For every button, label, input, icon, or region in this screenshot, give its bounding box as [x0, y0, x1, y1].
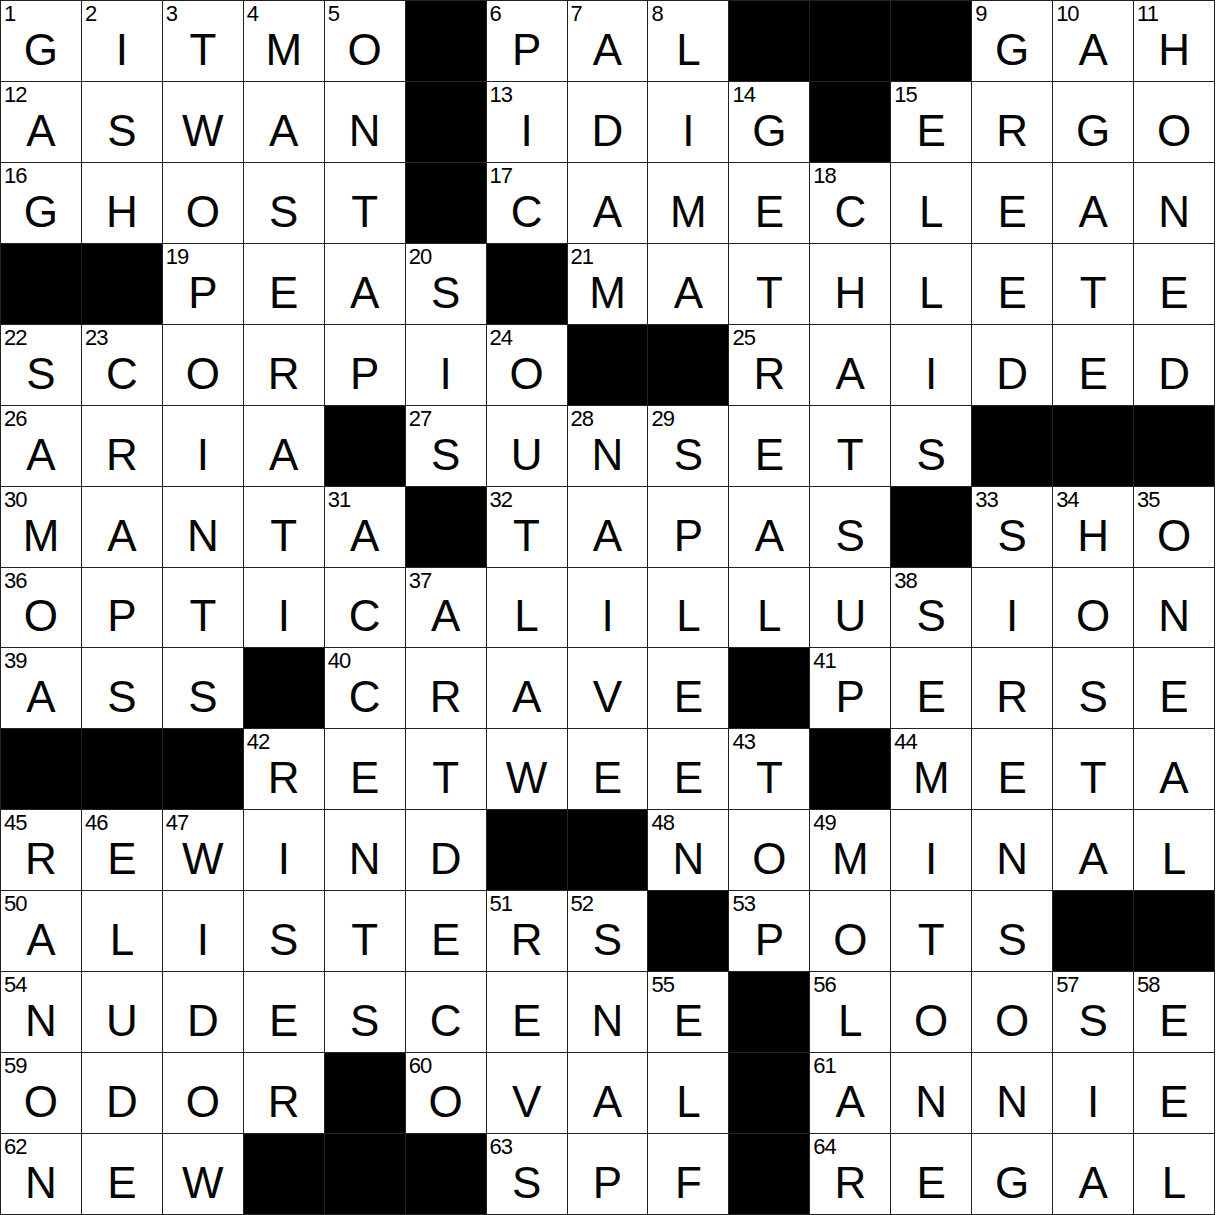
cell-r3c2[interactable]: H: [82, 163, 162, 243]
cell-letter: A: [269, 433, 298, 477]
cell-r14c1[interactable]: 59O: [1, 1053, 81, 1133]
cell-r10c13[interactable]: E: [972, 729, 1052, 809]
cell-r5c2[interactable]: 23C: [82, 325, 162, 405]
cell-r3c15[interactable]: N: [1134, 163, 1214, 243]
cell-r8c15[interactable]: N: [1134, 568, 1214, 648]
cell-r12c6[interactable]: E: [406, 891, 486, 971]
cell-r7c1[interactable]: 30M: [1, 487, 81, 567]
cell-letter: S: [1078, 675, 1107, 719]
cell-r15c13[interactable]: G: [972, 1134, 1052, 1214]
cell-r11c6[interactable]: D: [406, 810, 486, 890]
cell-r11c12[interactable]: I: [891, 810, 971, 890]
cell-r6c10[interactable]: E: [729, 406, 809, 486]
cell-r7c7[interactable]: 32T: [487, 487, 567, 567]
cell-letter: E: [269, 999, 298, 1043]
letter-wrap: E: [729, 406, 809, 486]
letter-wrap: N: [568, 406, 648, 486]
cell-letter: P: [836, 675, 865, 719]
cell-r1c3[interactable]: 3T: [163, 1, 243, 81]
cell-letter: E: [917, 109, 946, 153]
cell-r3c1[interactable]: 16G: [1, 163, 81, 243]
letter-wrap: S: [568, 891, 648, 971]
cell-r15c8[interactable]: P: [568, 1134, 648, 1214]
cell-r8c7[interactable]: L: [487, 568, 567, 648]
cell-r14c4[interactable]: R: [244, 1053, 324, 1133]
cell-r12c5[interactable]: T: [325, 891, 405, 971]
cell-r15c1[interactable]: 62N: [1, 1134, 81, 1214]
cell-r1c15[interactable]: 11H: [1134, 1, 1214, 81]
cell-r2c15[interactable]: O: [1134, 82, 1214, 162]
letter-wrap: M: [1, 487, 81, 567]
cell-r3c12[interactable]: L: [891, 163, 971, 243]
cell-r15c11[interactable]: 64R: [810, 1134, 890, 1214]
cell-r13c2[interactable]: U: [82, 972, 162, 1052]
cell-letter: L: [1162, 1161, 1186, 1205]
cell-r10c7[interactable]: W: [487, 729, 567, 809]
cell-r12c11[interactable]: O: [810, 891, 890, 971]
cell-r2c13[interactable]: R: [972, 82, 1052, 162]
cell-letter: T: [756, 756, 783, 800]
letter-wrap: P: [810, 648, 890, 728]
letter-wrap: O: [487, 325, 567, 405]
cell-r4c9[interactable]: A: [648, 244, 728, 324]
cell-r4c11[interactable]: H: [810, 244, 890, 324]
cell-r9c7[interactable]: A: [487, 648, 567, 728]
cell-r6c7[interactable]: U: [487, 406, 567, 486]
cell-letter: R: [834, 1161, 866, 1205]
cell-r5c6[interactable]: I: [406, 325, 486, 405]
letter-wrap: L: [648, 1053, 728, 1133]
cell-r11c10[interactable]: O: [729, 810, 809, 890]
cell-r5c15[interactable]: D: [1134, 325, 1214, 405]
cell-r8c11[interactable]: U: [810, 568, 890, 648]
cell-r14c9[interactable]: L: [648, 1053, 728, 1133]
letter-wrap: C: [82, 325, 162, 405]
cell-r13c8[interactable]: N: [568, 972, 648, 1052]
cell-letter: L: [838, 999, 862, 1043]
letter-wrap: U: [82, 972, 162, 1052]
cell-r6c2[interactable]: R: [82, 406, 162, 486]
cell-r14c14[interactable]: I: [1053, 1053, 1133, 1133]
cell-letter: I: [278, 594, 290, 638]
letter-wrap: D: [568, 82, 648, 162]
cell-r9c5[interactable]: 40C: [325, 648, 405, 728]
cell-r4c14[interactable]: T: [1053, 244, 1133, 324]
cell-letter: A: [836, 1080, 865, 1124]
letter-wrap: U: [810, 568, 890, 648]
cell-r6c9[interactable]: 29S: [648, 406, 728, 486]
cell-r10c9[interactable]: E: [648, 729, 728, 809]
cell-letter: T: [918, 918, 945, 962]
cell-r9c15[interactable]: E: [1134, 648, 1214, 728]
cell-r2c1[interactable]: 12A: [1, 82, 81, 162]
letter-wrap: S: [406, 244, 486, 324]
cell-r5c10[interactable]: 25R: [729, 325, 809, 405]
block-r11c8: [568, 810, 648, 890]
cell-r15c14[interactable]: A: [1053, 1134, 1133, 1214]
cell-letter: E: [1159, 271, 1188, 315]
cell-r11c5[interactable]: N: [325, 810, 405, 890]
cell-r14c6[interactable]: 60O: [406, 1053, 486, 1133]
cell-r5c11[interactable]: A: [810, 325, 890, 405]
cell-r4c4[interactable]: E: [244, 244, 324, 324]
cell-r10c6[interactable]: T: [406, 729, 486, 809]
cell-r9c14[interactable]: S: [1053, 648, 1133, 728]
cell-r13c1[interactable]: 54N: [1, 972, 81, 1052]
cell-r1c1[interactable]: 1G: [1, 1, 81, 81]
cell-letter: W: [182, 1161, 224, 1205]
cell-r2c9[interactable]: I: [648, 82, 728, 162]
cell-letter: U: [106, 999, 138, 1043]
block-r15c4: [244, 1134, 324, 1214]
letter-wrap: E: [1053, 325, 1133, 405]
cell-r8c10[interactable]: L: [729, 568, 809, 648]
letter-wrap: M: [244, 1, 324, 81]
cell-r10c14[interactable]: T: [1053, 729, 1133, 809]
letter-wrap: S: [891, 406, 971, 486]
cell-r4c15[interactable]: E: [1134, 244, 1214, 324]
cell-r12c13[interactable]: S: [972, 891, 1052, 971]
cell-r10c15[interactable]: A: [1134, 729, 1214, 809]
cell-r9c1[interactable]: 39A: [1, 648, 81, 728]
cell-r14c3[interactable]: O: [163, 1053, 243, 1133]
block-r5c9: [648, 325, 728, 405]
cell-r7c15[interactable]: 35O: [1134, 487, 1214, 567]
cell-r8c12[interactable]: 38S: [891, 568, 971, 648]
cell-r10c8[interactable]: E: [568, 729, 648, 809]
cell-r2c8[interactable]: D: [568, 82, 648, 162]
cell-letter: R: [268, 1080, 300, 1124]
cell-r7c5[interactable]: 31A: [325, 487, 405, 567]
cell-r3c5[interactable]: T: [325, 163, 405, 243]
letter-wrap: E: [1134, 1053, 1214, 1133]
cell-r8c4[interactable]: I: [244, 568, 324, 648]
letter-wrap: R: [406, 648, 486, 728]
cell-r15c12[interactable]: E: [891, 1134, 971, 1214]
cell-r4c13[interactable]: E: [972, 244, 1052, 324]
cell-r2c10[interactable]: 14G: [729, 82, 809, 162]
cell-r12c12[interactable]: T: [891, 891, 971, 971]
letter-wrap: I: [244, 810, 324, 890]
cell-r8c2[interactable]: P: [82, 568, 162, 648]
cell-r1c4[interactable]: 4M: [244, 1, 324, 81]
cell-letter: S: [269, 190, 298, 234]
cell-r11c14[interactable]: A: [1053, 810, 1133, 890]
cell-letter: W: [182, 837, 224, 881]
cell-letter: W: [182, 109, 224, 153]
letter-wrap: E: [244, 972, 324, 1052]
cell-letter: T: [1080, 271, 1107, 315]
cell-r14c8[interactable]: A: [568, 1053, 648, 1133]
cell-r12c3[interactable]: I: [163, 891, 243, 971]
cell-r5c7[interactable]: 24O: [487, 325, 567, 405]
cell-r6c12[interactable]: S: [891, 406, 971, 486]
cell-r13c7[interactable]: E: [487, 972, 567, 1052]
block-r1c10: [729, 1, 809, 81]
cell-r8c13[interactable]: I: [972, 568, 1052, 648]
letter-wrap: O: [972, 972, 1052, 1052]
cell-r7c10[interactable]: A: [729, 487, 809, 567]
letter-wrap: S: [325, 972, 405, 1052]
cell-r5c5[interactable]: P: [325, 325, 405, 405]
cell-r8c9[interactable]: L: [648, 568, 728, 648]
letter-wrap: L: [1134, 1134, 1214, 1214]
letter-wrap: S: [244, 163, 324, 243]
cell-r1c13[interactable]: 9G: [972, 1, 1052, 81]
cell-r3c10[interactable]: E: [729, 163, 809, 243]
cell-r12c8[interactable]: 52S: [568, 891, 648, 971]
cell-r5c13[interactable]: D: [972, 325, 1052, 405]
letter-wrap: H: [810, 244, 890, 324]
letter-wrap: O: [163, 1053, 243, 1133]
block-r4c1: [1, 244, 81, 324]
letter-wrap: T: [244, 487, 324, 567]
cell-r14c13[interactable]: N: [972, 1053, 1052, 1133]
cell-r8c1[interactable]: 36O: [1, 568, 81, 648]
crossword-grid: 1G2I3T4M5O6P7A8L9G10A11H12ASWAN13IDI14G1…: [0, 0, 1215, 1215]
letter-wrap: O: [1, 568, 81, 648]
letter-wrap: L: [648, 1, 728, 81]
cell-r3c14[interactable]: A: [1053, 163, 1133, 243]
cell-r9c12[interactable]: E: [891, 648, 971, 728]
cell-letter: P: [593, 1161, 622, 1205]
cell-letter: N: [349, 109, 381, 153]
letter-wrap: N: [325, 82, 405, 162]
cell-r13c6[interactable]: C: [406, 972, 486, 1052]
cell-r2c12[interactable]: 15E: [891, 82, 971, 162]
cell-r6c3[interactable]: I: [163, 406, 243, 486]
letter-wrap: V: [487, 1053, 567, 1133]
cell-r2c3[interactable]: W: [163, 82, 243, 162]
cell-r15c3[interactable]: W: [163, 1134, 243, 1214]
cell-r11c13[interactable]: N: [972, 810, 1052, 890]
letter-wrap: A: [1053, 1, 1133, 81]
cell-letter: E: [997, 756, 1026, 800]
letter-wrap: A: [487, 648, 567, 728]
cell-r10c4[interactable]: 42R: [244, 729, 324, 809]
cell-r15c7[interactable]: 63S: [487, 1134, 567, 1214]
letter-wrap: S: [1, 325, 81, 405]
cell-r8c3[interactable]: T: [163, 568, 243, 648]
letter-wrap: A: [648, 244, 728, 324]
cell-r13c14[interactable]: 57S: [1053, 972, 1133, 1052]
letter-wrap: G: [1, 1, 81, 81]
cell-r3c13[interactable]: E: [972, 163, 1052, 243]
cell-r9c8[interactable]: V: [568, 648, 648, 728]
cell-letter: S: [107, 109, 136, 153]
cell-r9c13[interactable]: R: [972, 648, 1052, 728]
cell-r4c5[interactable]: A: [325, 244, 405, 324]
cell-r5c3[interactable]: O: [163, 325, 243, 405]
letter-wrap: O: [1134, 82, 1214, 162]
cell-r11c15[interactable]: L: [1134, 810, 1214, 890]
cell-r4c12[interactable]: L: [891, 244, 971, 324]
block-r12c15: [1134, 891, 1214, 971]
cell-r5c12[interactable]: I: [891, 325, 971, 405]
letter-wrap: T: [487, 487, 567, 567]
cell-r4c8[interactable]: 21M: [568, 244, 648, 324]
cell-r2c7[interactable]: 13I: [487, 82, 567, 162]
cell-r12c2[interactable]: L: [82, 891, 162, 971]
cell-r13c3[interactable]: D: [163, 972, 243, 1052]
cell-r5c1[interactable]: 22S: [1, 325, 81, 405]
cell-letter: F: [675, 1161, 702, 1205]
cell-r3c9[interactable]: M: [648, 163, 728, 243]
cell-r14c7[interactable]: V: [487, 1053, 567, 1133]
cell-r15c15[interactable]: L: [1134, 1134, 1214, 1214]
cell-r10c10[interactable]: 43T: [729, 729, 809, 809]
cell-r7c11[interactable]: S: [810, 487, 890, 567]
letter-wrap: C: [325, 568, 405, 648]
cell-r13c15[interactable]: 58E: [1134, 972, 1214, 1052]
cell-r5c4[interactable]: R: [244, 325, 324, 405]
letter-wrap: E: [729, 163, 809, 243]
block-r11c7: [487, 810, 567, 890]
cell-letter: A: [26, 918, 55, 962]
cell-r6c11[interactable]: T: [810, 406, 890, 486]
cell-r1c2[interactable]: 2I: [82, 1, 162, 81]
cell-r14c11[interactable]: 61A: [810, 1053, 890, 1133]
letter-wrap: T: [1053, 244, 1133, 324]
letter-wrap: E: [325, 729, 405, 809]
letter-wrap: D: [972, 325, 1052, 405]
cell-r10c12[interactable]: 44M: [891, 729, 971, 809]
letter-wrap: C: [406, 972, 486, 1052]
cell-r7c3[interactable]: N: [163, 487, 243, 567]
cell-r9c3[interactable]: S: [163, 648, 243, 728]
cell-r11c4[interactable]: I: [244, 810, 324, 890]
cell-letter: I: [116, 28, 128, 72]
letter-wrap: S: [972, 891, 1052, 971]
letter-wrap: I: [972, 568, 1052, 648]
cell-r7c14[interactable]: 34H: [1053, 487, 1133, 567]
cell-r13c4[interactable]: E: [244, 972, 324, 1052]
cell-r14c15[interactable]: E: [1134, 1053, 1214, 1133]
letter-wrap: R: [82, 406, 162, 486]
cell-r2c5[interactable]: N: [325, 82, 405, 162]
cell-r11c11[interactable]: 49M: [810, 810, 890, 890]
cell-r13c11[interactable]: 56L: [810, 972, 890, 1052]
cell-letter: V: [593, 675, 622, 719]
cell-letter: C: [430, 999, 462, 1043]
cell-r8c14[interactable]: O: [1053, 568, 1133, 648]
cell-r10c5[interactable]: E: [325, 729, 405, 809]
cell-r7c8[interactable]: A: [568, 487, 648, 567]
letter-wrap: N: [1134, 568, 1214, 648]
cell-r11c2[interactable]: 46E: [82, 810, 162, 890]
cell-letter: A: [1078, 837, 1107, 881]
cell-r13c9[interactable]: 55E: [648, 972, 728, 1052]
cell-r15c9[interactable]: F: [648, 1134, 728, 1214]
cell-r3c8[interactable]: A: [568, 163, 648, 243]
cell-r4c6[interactable]: 20S: [406, 244, 486, 324]
letter-wrap: G: [1053, 82, 1133, 162]
cell-letter: T: [270, 514, 297, 558]
cell-r13c12[interactable]: O: [891, 972, 971, 1052]
cell-r7c2[interactable]: A: [82, 487, 162, 567]
cell-r14c2[interactable]: D: [82, 1053, 162, 1133]
cell-r8c6[interactable]: 37A: [406, 568, 486, 648]
letter-wrap: O: [1, 1053, 81, 1133]
cell-r9c2[interactable]: S: [82, 648, 162, 728]
cell-r12c7[interactable]: 51R: [487, 891, 567, 971]
cell-r3c11[interactable]: 18C: [810, 163, 890, 243]
cell-r9c11[interactable]: 41P: [810, 648, 890, 728]
cell-r8c8[interactable]: I: [568, 568, 648, 648]
cell-r2c2[interactable]: S: [82, 82, 162, 162]
letter-wrap: C: [325, 648, 405, 728]
cell-letter: S: [350, 999, 379, 1043]
block-r6c5: [325, 406, 405, 486]
cell-r11c3[interactable]: 47W: [163, 810, 243, 890]
cell-r7c9[interactable]: P: [648, 487, 728, 567]
cell-letter: S: [917, 594, 946, 638]
letter-wrap: N: [1, 1134, 81, 1214]
cell-r2c14[interactable]: G: [1053, 82, 1133, 162]
cell-r12c1[interactable]: 50A: [1, 891, 81, 971]
letter-wrap: E: [82, 810, 162, 890]
cell-letter: N: [592, 433, 624, 477]
cell-r1c8[interactable]: 7A: [568, 1, 648, 81]
cell-r7c13[interactable]: 33S: [972, 487, 1052, 567]
cell-r1c5[interactable]: 5O: [325, 1, 405, 81]
letter-wrap: S: [406, 406, 486, 486]
cell-letter: M: [265, 28, 302, 72]
letter-wrap: P: [487, 1, 567, 81]
block-r2c6: [406, 82, 486, 162]
cell-letter: N: [673, 837, 705, 881]
cell-r4c10[interactable]: T: [729, 244, 809, 324]
letter-wrap: I: [487, 82, 567, 162]
cell-r3c7[interactable]: 17C: [487, 163, 567, 243]
cell-r6c6[interactable]: 27S: [406, 406, 486, 486]
cell-r5c14[interactable]: E: [1053, 325, 1133, 405]
cell-r7c4[interactable]: T: [244, 487, 324, 567]
cell-r8c5[interactable]: C: [325, 568, 405, 648]
cell-r14c12[interactable]: N: [891, 1053, 971, 1133]
cell-letter: O: [914, 999, 948, 1043]
cell-r6c8[interactable]: 28N: [568, 406, 648, 486]
cell-r6c4[interactable]: A: [244, 406, 324, 486]
letter-wrap: E: [972, 163, 1052, 243]
letter-wrap: R: [487, 891, 567, 971]
letter-wrap: S: [648, 406, 728, 486]
cell-letter: L: [110, 918, 134, 962]
cell-letter: E: [269, 271, 298, 315]
cell-r4c3[interactable]: 19P: [163, 244, 243, 324]
cell-letter: P: [512, 28, 541, 72]
cell-r13c13[interactable]: O: [972, 972, 1052, 1052]
cell-r12c4[interactable]: S: [244, 891, 324, 971]
cell-r11c1[interactable]: 45R: [1, 810, 81, 890]
letter-wrap: O: [891, 972, 971, 1052]
cell-r1c7[interactable]: 6P: [487, 1, 567, 81]
cell-r3c4[interactable]: S: [244, 163, 324, 243]
cell-r9c6[interactable]: R: [406, 648, 486, 728]
cell-r15c2[interactable]: E: [82, 1134, 162, 1214]
cell-r1c9[interactable]: 8L: [648, 1, 728, 81]
cell-r11c9[interactable]: 48N: [648, 810, 728, 890]
letter-wrap: D: [1134, 325, 1214, 405]
cell-r6c1[interactable]: 26A: [1, 406, 81, 486]
cell-r9c9[interactable]: E: [648, 648, 728, 728]
cell-r12c10[interactable]: 53P: [729, 891, 809, 971]
cell-r2c4[interactable]: A: [244, 82, 324, 162]
cell-r13c5[interactable]: S: [325, 972, 405, 1052]
cell-letter: A: [674, 271, 703, 315]
cell-r3c3[interactable]: O: [163, 163, 243, 243]
cell-r1c14[interactable]: 10A: [1053, 1, 1133, 81]
